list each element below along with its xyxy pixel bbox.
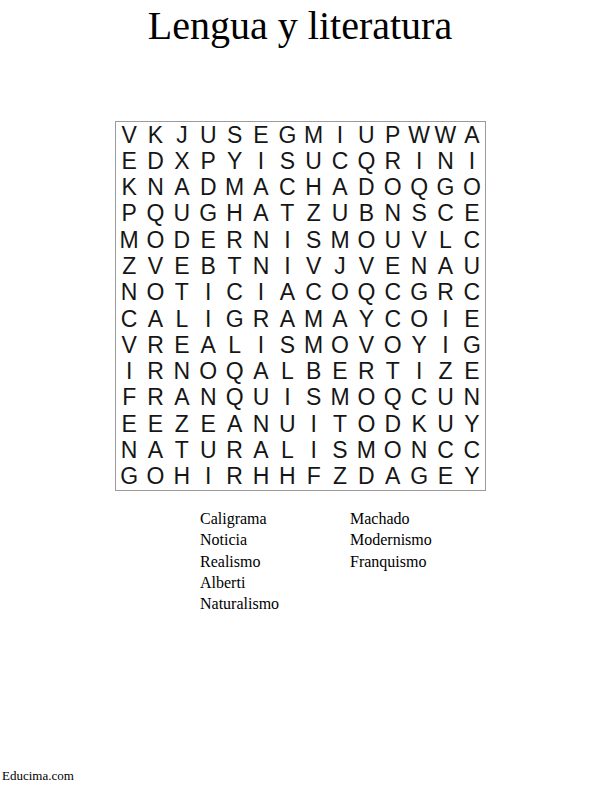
grid-cell-r3c6: A — [248, 175, 274, 201]
grid-cell-r1c6: E — [248, 122, 274, 148]
grid-cell-r14c5: R — [221, 464, 247, 490]
grid-cell-r4c5: H — [221, 201, 247, 227]
grid-cell-r12c7: U — [274, 411, 300, 437]
grid-cell-r10c9: E — [327, 359, 353, 385]
grid-cell-r13c12: N — [406, 437, 432, 463]
grid-cell-r3c7: C — [274, 175, 300, 201]
grid-cell-r5c13: L — [432, 227, 458, 253]
grid-cell-r9c8: M — [301, 332, 327, 358]
grid-cell-r13c3: T — [169, 437, 195, 463]
grid-cell-r11c3: A — [169, 385, 195, 411]
grid-cell-r6c12: N — [406, 253, 432, 279]
grid-cell-r6c9: J — [327, 253, 353, 279]
grid-cell-r13c8: I — [301, 437, 327, 463]
grid-cell-r4c2: Q — [142, 201, 168, 227]
grid-cell-r9c10: V — [353, 332, 379, 358]
grid-cell-r7c9: O — [327, 280, 353, 306]
grid-cell-r7c13: R — [432, 280, 458, 306]
grid-cell-r13c6: A — [248, 437, 274, 463]
grid-cell-r8c4: I — [195, 306, 221, 332]
grid-cell-r13c14: C — [459, 437, 485, 463]
grid-cell-r13c7: L — [274, 437, 300, 463]
grid-cell-r5c2: O — [142, 227, 168, 253]
grid-cell-r6c14: U — [459, 253, 485, 279]
grid-cell-r11c9: M — [327, 385, 353, 411]
grid-cell-r4c3: U — [169, 201, 195, 227]
grid-cell-r9c12: Y — [406, 332, 432, 358]
word-list-item: Caligrama — [200, 508, 279, 529]
grid-cell-r5c12: V — [406, 227, 432, 253]
grid-cell-r14c2: O — [142, 464, 168, 490]
page-title: Lengua y literatura — [0, 2, 600, 49]
grid-cell-r1c2: K — [142, 122, 168, 148]
grid-cell-r10c11: T — [380, 359, 406, 385]
grid-cell-r6c10: V — [353, 253, 379, 279]
grid-cell-r1c13: W — [432, 122, 458, 148]
grid-cell-r5c9: M — [327, 227, 353, 253]
word-list-item: Machado — [350, 508, 432, 529]
grid-cell-r10c7: L — [274, 359, 300, 385]
word-list-item: Realismo — [200, 551, 279, 572]
grid-cell-r9c9: O — [327, 332, 353, 358]
grid-cell-r2c1: E — [116, 148, 142, 174]
grid-cell-r12c13: U — [432, 411, 458, 437]
grid-cell-r14c1: G — [116, 464, 142, 490]
grid-cell-r5c1: M — [116, 227, 142, 253]
grid-cell-r12c3: Z — [169, 411, 195, 437]
grid-cell-r13c4: U — [195, 437, 221, 463]
grid-cell-r14c9: Z — [327, 464, 353, 490]
grid-cell-r6c4: B — [195, 253, 221, 279]
grid-cell-r8c3: L — [169, 306, 195, 332]
grid-cell-r2c8: U — [301, 148, 327, 174]
grid-cell-r2c5: Y — [221, 148, 247, 174]
grid-cell-r5c14: C — [459, 227, 485, 253]
grid-cell-r4c4: G — [195, 201, 221, 227]
grid-cell-r4c12: S — [406, 201, 432, 227]
grid-cell-r6c2: V — [142, 253, 168, 279]
grid-cell-r13c1: N — [116, 437, 142, 463]
grid-cell-r1c3: J — [169, 122, 195, 148]
word-list-item: Naturalismo — [200, 593, 279, 614]
grid-cell-r3c3: A — [169, 175, 195, 201]
grid-cell-r8c9: A — [327, 306, 353, 332]
grid-cell-r2c6: I — [248, 148, 274, 174]
grid-cell-r10c4: O — [195, 359, 221, 385]
grid-cell-r8c1: C — [116, 306, 142, 332]
grid-cell-r7c3: T — [169, 280, 195, 306]
grid-cell-r8c10: Y — [353, 306, 379, 332]
grid-cell-r2c2: D — [142, 148, 168, 174]
grid-cell-r13c2: A — [142, 437, 168, 463]
grid-cell-r10c5: Q — [221, 359, 247, 385]
grid-cell-r2c3: X — [169, 148, 195, 174]
grid-cell-r1c8: M — [301, 122, 327, 148]
grid-cell-r5c8: S — [301, 227, 327, 253]
word-list-left-column: Caligrama Noticia Realismo Alberti Natur… — [200, 508, 279, 614]
grid-cell-r8c13: I — [432, 306, 458, 332]
grid-cell-r11c13: U — [432, 385, 458, 411]
grid-cell-r8c8: M — [301, 306, 327, 332]
educima-credit: Educima.com — [2, 768, 74, 784]
grid-cell-r9c3: E — [169, 332, 195, 358]
grid-cell-r11c8: S — [301, 385, 327, 411]
grid-cell-r11c7: I — [274, 385, 300, 411]
grid-cell-r6c3: E — [169, 253, 195, 279]
grid-cell-r4c13: C — [432, 201, 458, 227]
grid-cell-r4c9: U — [327, 201, 353, 227]
grid-cell-r8c14: E — [459, 306, 485, 332]
grid-cell-r12c12: K — [406, 411, 432, 437]
grid-cell-r11c2: R — [142, 385, 168, 411]
grid-cell-r5c6: N — [248, 227, 274, 253]
grid-cell-r4c1: P — [116, 201, 142, 227]
grid-cell-r10c1: I — [116, 359, 142, 385]
grid-cell-r10c8: B — [301, 359, 327, 385]
grid-cell-r1c5: S — [221, 122, 247, 148]
grid-cell-r8c2: A — [142, 306, 168, 332]
grid-cell-r10c10: R — [353, 359, 379, 385]
grid-cell-r8c6: R — [248, 306, 274, 332]
grid-cell-r14c10: D — [353, 464, 379, 490]
grid-cell-r7c2: O — [142, 280, 168, 306]
grid-cell-r3c5: M — [221, 175, 247, 201]
grid-cell-r11c12: C — [406, 385, 432, 411]
grid-cell-r5c5: R — [221, 227, 247, 253]
grid-cell-r14c7: H — [274, 464, 300, 490]
grid-cell-r9c14: G — [459, 332, 485, 358]
grid-cell-r6c6: N — [248, 253, 274, 279]
grid-cell-r12c9: T — [327, 411, 353, 437]
grid-cell-r12c11: D — [380, 411, 406, 437]
grid-cell-r1c1: V — [116, 122, 142, 148]
grid-cell-r12c4: E — [195, 411, 221, 437]
grid-cell-r11c14: N — [459, 385, 485, 411]
grid-cell-r7c5: C — [221, 280, 247, 306]
grid-cell-r10c3: N — [169, 359, 195, 385]
grid-cell-r7c14: C — [459, 280, 485, 306]
grid-cell-r5c3: D — [169, 227, 195, 253]
grid-cell-r14c11: A — [380, 464, 406, 490]
grid-cell-r1c7: G — [274, 122, 300, 148]
grid-cell-r7c11: C — [380, 280, 406, 306]
grid-cell-r12c10: O — [353, 411, 379, 437]
grid-cell-r14c6: H — [248, 464, 274, 490]
grid-cell-r8c12: O — [406, 306, 432, 332]
grid-cell-r2c13: N — [432, 148, 458, 174]
grid-cell-r14c12: G — [406, 464, 432, 490]
grid-cell-r3c2: N — [142, 175, 168, 201]
grid-cell-r4c14: E — [459, 201, 485, 227]
grid-cell-r8c7: A — [274, 306, 300, 332]
grid-cell-r2c14: I — [459, 148, 485, 174]
grid-cell-r13c9: S — [327, 437, 353, 463]
grid-cell-r6c11: E — [380, 253, 406, 279]
grid-cell-r2c7: S — [274, 148, 300, 174]
grid-cell-r2c11: R — [380, 148, 406, 174]
grid-cell-r12c6: N — [248, 411, 274, 437]
grid-cell-r13c5: R — [221, 437, 247, 463]
grid-cell-r3c8: H — [301, 175, 327, 201]
grid-cell-r8c5: G — [221, 306, 247, 332]
grid-cell-r2c9: C — [327, 148, 353, 174]
grid-cell-r10c14: E — [459, 359, 485, 385]
grid-cell-r6c1: Z — [116, 253, 142, 279]
grid-cell-r11c5: Q — [221, 385, 247, 411]
grid-cell-r1c4: U — [195, 122, 221, 148]
grid-cell-r9c11: O — [380, 332, 406, 358]
word-list-item: Franquismo — [350, 551, 432, 572]
grid-cell-r10c12: I — [406, 359, 432, 385]
grid-cell-r14c3: H — [169, 464, 195, 490]
grid-cell-r7c10: Q — [353, 280, 379, 306]
grid-cell-r7c6: I — [248, 280, 274, 306]
grid-cell-r4c6: A — [248, 201, 274, 227]
grid-cell-r11c6: U — [248, 385, 274, 411]
grid-cell-r1c11: P — [380, 122, 406, 148]
grid-cell-r9c2: R — [142, 332, 168, 358]
grid-cell-r3c11: O — [380, 175, 406, 201]
grid-cell-r5c4: E — [195, 227, 221, 253]
grid-cell-r3c14: O — [459, 175, 485, 201]
word-list-item: Alberti — [200, 572, 279, 593]
grid-cell-r12c2: E — [142, 411, 168, 437]
grid-cell-r12c1: E — [116, 411, 142, 437]
grid-cell-r3c9: A — [327, 175, 353, 201]
grid-cell-r5c11: U — [380, 227, 406, 253]
grid-cell-r7c12: G — [406, 280, 432, 306]
grid-cell-r10c13: Z — [432, 359, 458, 385]
grid-cell-r6c13: A — [432, 253, 458, 279]
grid-cell-r14c8: F — [301, 464, 327, 490]
grid-cell-r7c8: C — [301, 280, 327, 306]
grid-cell-r10c2: R — [142, 359, 168, 385]
grid-cell-r11c10: O — [353, 385, 379, 411]
grid-cell-r9c5: L — [221, 332, 247, 358]
grid-cell-r14c4: I — [195, 464, 221, 490]
word-list-item: Modernismo — [350, 529, 432, 550]
grid-cell-r7c1: N — [116, 280, 142, 306]
grid-cell-r14c13: E — [432, 464, 458, 490]
grid-cell-r4c11: N — [380, 201, 406, 227]
grid-cell-r9c4: A — [195, 332, 221, 358]
grid-cell-r1c10: U — [353, 122, 379, 148]
grid-cell-r5c7: I — [274, 227, 300, 253]
grid-cell-r1c12: W — [406, 122, 432, 148]
grid-cell-r12c14: Y — [459, 411, 485, 437]
grid-cell-r2c10: Q — [353, 148, 379, 174]
grid-cell-r5c10: O — [353, 227, 379, 253]
grid-cell-r3c12: Q — [406, 175, 432, 201]
word-list-right-column: Machado Modernismo Franquismo — [350, 508, 432, 572]
grid-cell-r13c13: C — [432, 437, 458, 463]
grid-cell-r10c6: A — [248, 359, 274, 385]
word-list-item: Noticia — [200, 529, 279, 550]
grid-cell-r13c10: M — [353, 437, 379, 463]
grid-cell-r11c11: Q — [380, 385, 406, 411]
grid-cell-r14c14: Y — [459, 464, 485, 490]
grid-cell-r9c6: I — [248, 332, 274, 358]
grid-cell-r9c7: S — [274, 332, 300, 358]
grid-cell-r11c1: F — [116, 385, 142, 411]
grid-cell-r12c8: I — [301, 411, 327, 437]
grid-cell-r4c7: T — [274, 201, 300, 227]
grid-cell-r6c7: I — [274, 253, 300, 279]
grid-cell-r7c7: A — [274, 280, 300, 306]
grid-cell-r3c10: D — [353, 175, 379, 201]
grid-cell-r11c4: N — [195, 385, 221, 411]
grid-cell-r1c14: A — [459, 122, 485, 148]
grid-cell-r3c13: G — [432, 175, 458, 201]
grid-cell-r6c8: V — [301, 253, 327, 279]
grid-cell-r13c11: O — [380, 437, 406, 463]
grid-cell-r8c11: C — [380, 306, 406, 332]
grid-cell-r4c8: Z — [301, 201, 327, 227]
grid-cell-r3c1: K — [116, 175, 142, 201]
grid-cell-r9c13: I — [432, 332, 458, 358]
grid-cell-r2c12: I — [406, 148, 432, 174]
grid-cell-r1c9: I — [327, 122, 353, 148]
word-search-grid: VKJUSEGMIUPWWAEDXPYISUCQRINIKNADMACHADOQ… — [115, 121, 486, 491]
grid-cell-r2c4: P — [195, 148, 221, 174]
grid-cell-r7c4: I — [195, 280, 221, 306]
grid-cell-r3c4: D — [195, 175, 221, 201]
grid-cell-r12c5: A — [221, 411, 247, 437]
grid-cell-r6c5: T — [221, 253, 247, 279]
grid-cell-r9c1: V — [116, 332, 142, 358]
grid-cell-r4c10: B — [353, 201, 379, 227]
